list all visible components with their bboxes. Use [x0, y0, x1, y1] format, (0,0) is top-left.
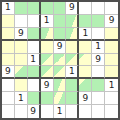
cell-r2c7[interactable]	[79, 15, 92, 28]
cell-r8c6[interactable]	[66, 92, 79, 105]
cell-r6c5[interactable]	[54, 66, 67, 79]
given-digit: 9	[57, 42, 63, 51]
cell-r3c6[interactable]	[66, 28, 79, 41]
cell-r7c3[interactable]	[28, 79, 41, 92]
cell-r9c3[interactable]: 9	[28, 105, 41, 118]
cell-r2c3[interactable]	[28, 15, 41, 28]
cell-r9c2[interactable]	[15, 105, 28, 118]
cell-r4c3[interactable]	[28, 41, 41, 54]
cell-r1c3[interactable]	[28, 2, 41, 15]
cell-r6c3[interactable]	[28, 66, 41, 79]
cell-r7c8[interactable]	[92, 79, 105, 92]
cell-r7c7[interactable]	[79, 79, 92, 92]
cell-r1c8[interactable]	[92, 2, 105, 15]
cell-r8c9[interactable]	[105, 92, 118, 105]
given-digit: 9	[44, 81, 50, 90]
cell-r7c1[interactable]	[2, 79, 15, 92]
cell-r5c7[interactable]	[79, 54, 92, 67]
cell-r9c6[interactable]	[66, 105, 79, 118]
cell-r8c1[interactable]	[2, 92, 15, 105]
cell-r4c8[interactable]: 1	[92, 41, 105, 54]
cell-r4c9[interactable]	[105, 41, 118, 54]
cell-r8c4[interactable]	[41, 92, 54, 105]
cell-r9c5[interactable]: 1	[54, 105, 67, 118]
sudoku-board: 191991911991911991	[0, 0, 120, 120]
cell-r8c8[interactable]	[92, 92, 105, 105]
cell-r9c7[interactable]	[79, 105, 92, 118]
cell-r3c1[interactable]	[2, 28, 15, 41]
cell-r5c5[interactable]	[54, 54, 67, 67]
cell-r4c4[interactable]	[41, 41, 54, 54]
cell-r1c4[interactable]	[41, 2, 54, 15]
given-digit: 9	[95, 55, 101, 64]
cell-r5c8[interactable]: 9	[92, 54, 105, 67]
cell-r6c4[interactable]	[41, 66, 54, 79]
cell-r1c6[interactable]: 9	[66, 2, 79, 15]
given-digit: 1	[69, 67, 75, 76]
cell-r4c7[interactable]	[79, 41, 92, 54]
cell-r3c3[interactable]	[28, 28, 41, 41]
given-digit: 9	[82, 94, 88, 103]
given-digit: 1	[109, 81, 115, 90]
cell-r2c5[interactable]	[54, 15, 67, 28]
cell-r2c8[interactable]	[92, 15, 105, 28]
given-digit: 1	[95, 42, 101, 51]
given-digit: 9	[18, 29, 24, 38]
cell-r2c1[interactable]	[2, 15, 15, 28]
cell-r3c8[interactable]	[92, 28, 105, 41]
cell-r1c1[interactable]: 1	[2, 2, 15, 15]
given-digit: 1	[57, 107, 63, 116]
cell-r1c7[interactable]	[79, 2, 92, 15]
cell-r5c6[interactable]	[66, 54, 79, 67]
cell-r2c6[interactable]	[66, 15, 79, 28]
cell-r7c9[interactable]: 1	[105, 79, 118, 92]
given-digit: 1	[5, 3, 11, 12]
given-digit: 1	[30, 55, 36, 64]
cell-r6c6[interactable]: 1	[66, 66, 79, 79]
given-digit: 9	[30, 107, 36, 116]
cell-r4c5[interactable]: 9	[54, 41, 67, 54]
cell-r6c9[interactable]	[105, 66, 118, 79]
cell-r7c6[interactable]	[66, 79, 79, 92]
cell-r7c4[interactable]: 9	[41, 79, 54, 92]
cell-r6c7[interactable]	[79, 66, 92, 79]
cell-r8c5[interactable]	[54, 92, 67, 105]
cell-r8c7[interactable]: 9	[79, 92, 92, 105]
cell-r8c3[interactable]	[28, 92, 41, 105]
cell-r5c9[interactable]	[105, 54, 118, 67]
cell-r5c1[interactable]	[2, 54, 15, 67]
given-digit: 9	[109, 16, 115, 25]
cell-r3c4[interactable]	[41, 28, 54, 41]
cell-r2c2[interactable]	[15, 15, 28, 28]
given-digit: 1	[18, 94, 24, 103]
cell-r9c8[interactable]	[92, 105, 105, 118]
given-digit: 1	[44, 16, 50, 25]
cell-r4c2[interactable]	[15, 41, 28, 54]
cell-r8c2[interactable]: 1	[15, 92, 28, 105]
cell-r9c1[interactable]	[2, 105, 15, 118]
cell-r5c3[interactable]: 1	[28, 54, 41, 67]
cell-r5c2[interactable]	[15, 54, 28, 67]
cell-r5c4[interactable]	[41, 54, 54, 67]
given-digit: 1	[82, 29, 88, 38]
cell-r7c2[interactable]	[15, 79, 28, 92]
cell-r3c9[interactable]	[105, 28, 118, 41]
cell-r1c9[interactable]	[105, 2, 118, 15]
cell-r6c8[interactable]	[92, 66, 105, 79]
cell-r4c1[interactable]	[2, 41, 15, 54]
cell-r3c5[interactable]	[54, 28, 67, 41]
cell-r6c1[interactable]: 9	[2, 66, 15, 79]
given-digit: 9	[5, 67, 11, 76]
cell-r9c4[interactable]	[41, 105, 54, 118]
cell-r3c7[interactable]: 1	[79, 28, 92, 41]
cell-r2c4[interactable]: 1	[41, 15, 54, 28]
cell-r1c5[interactable]	[54, 2, 67, 15]
cell-r6c2[interactable]	[15, 66, 28, 79]
cell-r1c2[interactable]	[15, 2, 28, 15]
cell-r9c9[interactable]	[105, 105, 118, 118]
cell-r2c9[interactable]: 9	[105, 15, 118, 28]
cell-r7c5[interactable]	[54, 79, 67, 92]
cell-r4c6[interactable]	[66, 41, 79, 54]
cell-r3c2[interactable]: 9	[15, 28, 28, 41]
given-digit: 9	[69, 3, 75, 12]
